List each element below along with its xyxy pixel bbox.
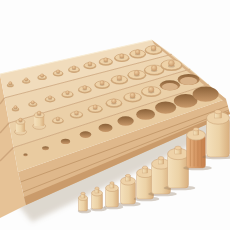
- block-row-4-empty-hole: [42, 146, 49, 150]
- block-row-3-knobbed: [123, 93, 142, 103]
- block-row-4-empty-hole: [80, 131, 92, 138]
- block-row-4-empty-hole: [99, 124, 113, 132]
- block-row-4-empty-hole: [117, 116, 133, 126]
- block-row-4-empty-hole: [155, 101, 176, 113]
- block-row-2-knobbed: [111, 76, 128, 85]
- block-row-4-empty-hole: [193, 87, 219, 102]
- block-row-4-empty-hole: [23, 154, 27, 157]
- block-row-4-empty-hole: [61, 139, 70, 144]
- block-row-1-knobbed: [145, 46, 163, 55]
- block-row-3-knobbed: [141, 87, 161, 98]
- product-photo: Overhead-angle product photo of a wooden…: [0, 0, 230, 230]
- block-row-3-sunken: [178, 74, 200, 85]
- block-row-4-empty-hole: [136, 109, 155, 120]
- block-row-2-knobbed: [127, 70, 146, 80]
- block-row-3-sunken: [160, 80, 180, 90]
- standing-cylinder-9: [202, 110, 230, 160]
- block-row-2-knobbed: [160, 60, 182, 71]
- cylinder-blocks-scene: [0, 0, 230, 230]
